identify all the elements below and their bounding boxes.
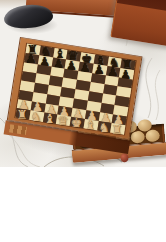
checkers-disc-light[interactable] <box>130 131 145 144</box>
white-queen[interactable]: ♛ <box>56 114 70 127</box>
white-rook[interactable]: ♜ <box>110 123 124 136</box>
white-bishop[interactable]: ♝ <box>83 118 97 131</box>
chess-board-box: ♜♞♝♛♚♝♞♜♟♟♟♟♟♟♟♟♟♟♟♟♟♟♟♟♜♞♝♛♚♝♞♜ <box>7 37 143 140</box>
white-king[interactable]: ♚ <box>70 116 84 129</box>
square-h1[interactable]: ♜ <box>110 123 125 134</box>
photo-area: ♜♞♝♛♚♝♞♜♟♟♟♟♟♟♟♟♟♟♟♟♟♟♟♟♜♞♝♛♚♝♞♜ <box>0 0 166 167</box>
checkers-disc-light[interactable] <box>145 129 160 142</box>
white-knight[interactable]: ♞ <box>29 110 43 123</box>
dovetail-joint <box>9 124 27 135</box>
product-photo-canvas: ♜♞♝♛♚♝♞♜♟♟♟♟♟♟♟♟♟♟♟♟♟♟♟♟♜♞♝♛♚♝♞♜ <box>0 0 166 242</box>
white-bishop[interactable]: ♝ <box>42 112 56 125</box>
white-knight[interactable]: ♞ <box>97 120 111 133</box>
white-rook[interactable]: ♜ <box>15 108 29 121</box>
chess-board: ♜♞♝♛♚♝♞♜♟♟♟♟♟♟♟♟♟♟♟♟♟♟♟♟♜♞♝♛♚♝♞♜ <box>15 44 135 135</box>
